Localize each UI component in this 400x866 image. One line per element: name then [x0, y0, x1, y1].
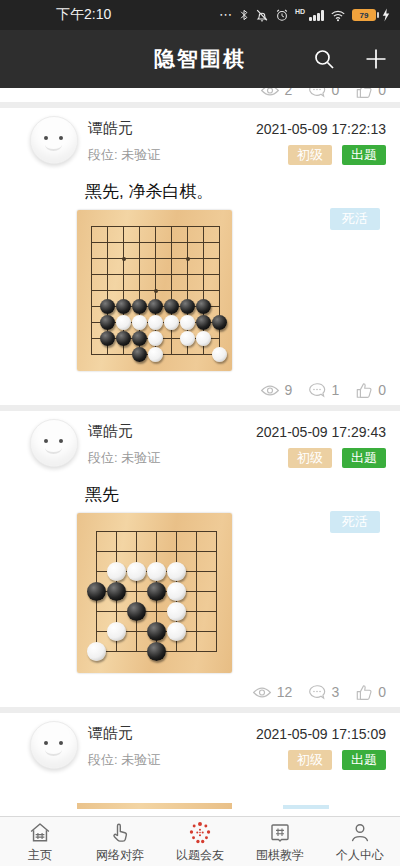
publish-badge: 出题 — [342, 448, 386, 468]
black-stone — [87, 582, 106, 601]
white-stone — [167, 602, 186, 621]
comments-stat[interactable]: 3 — [308, 684, 339, 700]
board-cell — [206, 581, 226, 601]
board-cell — [179, 250, 195, 266]
comments-stat[interactable]: 1 — [308, 382, 339, 398]
board-cell — [106, 601, 126, 621]
board-cell — [126, 561, 146, 581]
battery-icon: 79 — [352, 9, 376, 21]
board-cell — [99, 266, 115, 282]
white-stone — [132, 315, 147, 330]
board-cell — [211, 330, 227, 346]
hd-label: HD — [295, 8, 305, 15]
board-cell — [206, 621, 226, 641]
nav-item-online-play[interactable]: 网络对弈 — [80, 817, 160, 866]
board-cell — [83, 298, 99, 314]
board-cell — [146, 581, 166, 601]
board-cell — [195, 314, 211, 330]
board-cell — [195, 234, 211, 250]
publish-badge: 出题 — [342, 145, 386, 165]
board-cell — [115, 282, 131, 298]
board-cell — [179, 330, 195, 346]
eye-icon — [252, 685, 272, 700]
board-cell — [147, 298, 163, 314]
white-stone — [167, 582, 186, 601]
board-cell — [83, 282, 99, 298]
board-cell — [86, 561, 106, 581]
board-cell — [131, 314, 147, 330]
board-cell — [115, 346, 131, 362]
board-cell — [146, 641, 166, 661]
board-cell — [147, 282, 163, 298]
previous-post-stats-clipped: 2 0 0 — [0, 88, 400, 102]
board-cell — [211, 282, 227, 298]
board-cell — [206, 641, 226, 661]
board-cell — [147, 330, 163, 346]
rank-label: 段位: 未验证 — [88, 449, 160, 467]
avatar[interactable] — [30, 419, 78, 467]
rank-label: 段位: 未验证 — [88, 146, 160, 164]
board-cell — [195, 298, 211, 314]
post-card: 谭皓元 2021-05-09 17:22:13 段位: 未验证 初级 出题 黑先… — [0, 108, 400, 405]
board-cell — [211, 298, 227, 314]
board-cell — [115, 250, 131, 266]
board-cell — [115, 330, 131, 346]
post-timestamp: 2021-05-09 17:15:09 — [256, 726, 386, 742]
add-icon[interactable] — [364, 47, 388, 71]
app-bar: 隐智围棋 — [0, 30, 400, 88]
board-cell — [163, 266, 179, 282]
status-bar: 下午2:10 ⋯ HD 79 — [0, 0, 400, 30]
nav-label: 围棋教学 — [256, 847, 304, 864]
board-cell — [186, 541, 206, 561]
board-cell — [146, 601, 166, 621]
author-name[interactable]: 谭皓元 — [88, 422, 133, 441]
app-logo: 隐智围棋 — [154, 45, 246, 73]
board-cell — [147, 346, 163, 362]
black-stone — [100, 315, 115, 330]
board-cell — [211, 218, 227, 234]
category-tag-top-edge — [283, 805, 329, 809]
board-cell — [83, 330, 99, 346]
board-cell — [186, 601, 206, 621]
white-stone — [167, 622, 186, 641]
board-cell — [179, 346, 195, 362]
bluetooth-icon — [239, 8, 249, 22]
board-cell — [131, 266, 147, 282]
board-cell — [115, 298, 131, 314]
board-cell — [99, 314, 115, 330]
board-cell — [86, 601, 106, 621]
board-cell — [83, 250, 99, 266]
board-cell — [99, 250, 115, 266]
level-badge: 初级 — [288, 448, 332, 468]
board-cell — [99, 218, 115, 234]
post-stats: 9 1 0 — [0, 371, 400, 401]
board-cell — [206, 541, 226, 561]
comment-icon — [308, 684, 326, 700]
board-cell — [147, 234, 163, 250]
nav-label: 主页 — [28, 847, 52, 864]
post-timestamp: 2021-05-09 17:29:43 — [256, 424, 386, 440]
nav-item-profile[interactable]: 个人中心 — [320, 817, 400, 866]
board-cell — [211, 266, 227, 282]
board-cell — [86, 641, 106, 661]
black-stone — [147, 642, 166, 661]
likes-stat[interactable]: 0 — [355, 684, 386, 701]
go-board-1[interactable] — [77, 210, 232, 371]
comments-stat: 0 — [308, 88, 339, 98]
board-cell — [146, 541, 166, 561]
level-badge: 初级 — [288, 145, 332, 165]
board-cell — [131, 250, 147, 266]
likes-stat: 0 — [355, 88, 386, 99]
board-cell — [166, 581, 186, 601]
board-cell — [186, 561, 206, 581]
board-cell — [115, 234, 131, 250]
board-cell — [83, 314, 99, 330]
board-cell — [163, 298, 179, 314]
post-stats: 12 3 0 — [0, 673, 400, 703]
board-cell — [126, 601, 146, 621]
comment-icon — [308, 382, 326, 398]
board-cell — [186, 641, 206, 661]
signal-bars-icon — [309, 10, 324, 21]
board-cell — [211, 314, 227, 330]
board-cell — [206, 601, 226, 621]
white-stone — [148, 315, 163, 330]
board-cell — [163, 282, 179, 298]
board-cell — [106, 521, 126, 541]
board-cell — [126, 521, 146, 541]
board-cell — [115, 218, 131, 234]
author-name[interactable]: 谭皓元 — [88, 724, 133, 743]
publish-badge: 出题 — [342, 750, 386, 770]
board-cell — [126, 581, 146, 601]
board-cell — [211, 250, 227, 266]
views-stat[interactable]: 9 — [260, 382, 293, 398]
board-cell — [166, 621, 186, 641]
white-stone — [212, 347, 227, 362]
board-cell — [163, 346, 179, 362]
black-stone — [127, 602, 146, 621]
board-cell — [195, 346, 211, 362]
nav-item-home[interactable]: 主页 — [0, 817, 80, 866]
board-cell — [131, 346, 147, 362]
thumb-up-icon — [355, 382, 373, 399]
black-stone — [100, 299, 115, 314]
board-cell — [147, 250, 163, 266]
post-card: 谭皓元 2021-05-09 17:29:43 段位: 未验证 初级 出题 黑先… — [0, 411, 400, 707]
board-cell — [206, 521, 226, 541]
white-stone — [87, 642, 106, 661]
board-grid — [86, 521, 226, 661]
board-cell — [126, 641, 146, 661]
charging-bolt-icon — [382, 8, 390, 22]
board-cell — [195, 282, 211, 298]
board-cell — [179, 298, 195, 314]
white-stone — [127, 562, 146, 581]
black-stone — [196, 315, 211, 330]
white-stone — [167, 562, 186, 581]
likes-stat[interactable]: 0 — [355, 382, 386, 399]
board-cell — [131, 234, 147, 250]
white-stone — [116, 315, 131, 330]
board-cell — [86, 581, 106, 601]
mute-bell-icon — [255, 8, 269, 22]
board-cell — [186, 621, 206, 641]
board-cell — [86, 621, 106, 641]
thumb-up-icon — [355, 684, 373, 701]
board-cell — [106, 541, 126, 561]
board-cell — [99, 282, 115, 298]
board-cell — [106, 621, 126, 641]
rank-label: 段位: 未验证 — [88, 751, 160, 769]
board-cell — [166, 641, 186, 661]
more-dots-icon: ⋯ — [219, 10, 233, 20]
board-cell — [186, 521, 206, 541]
nav-item-problems-active[interactable]: 以题会友 — [160, 817, 240, 866]
white-stone — [180, 315, 195, 330]
black-stone — [148, 299, 163, 314]
person-icon — [348, 820, 372, 845]
board-cell — [179, 314, 195, 330]
black-stone — [212, 315, 227, 330]
home-icon — [27, 820, 53, 845]
wifi-icon — [330, 9, 346, 22]
board-cell — [83, 218, 99, 234]
black-stone — [196, 299, 211, 314]
black-stone — [116, 331, 131, 346]
board-cell — [211, 346, 227, 362]
board-cell — [126, 621, 146, 641]
board-cell — [146, 621, 166, 641]
white-stone — [180, 331, 195, 346]
board-cell — [186, 581, 206, 601]
category-tag: 死活 — [330, 511, 380, 533]
board-grid — [83, 218, 227, 362]
board-cell — [166, 601, 186, 621]
views-stat: 2 — [260, 88, 293, 98]
board-cell — [166, 521, 186, 541]
board-cell — [163, 218, 179, 234]
black-stone — [132, 347, 147, 362]
white-stone — [107, 562, 126, 581]
book-icon — [268, 820, 292, 845]
nav-label: 以题会友 — [176, 847, 224, 864]
board-cell — [99, 234, 115, 250]
board-cell — [195, 266, 211, 282]
board-cell — [106, 641, 126, 661]
search-icon[interactable] — [312, 47, 336, 71]
post-text: 黑先 — [85, 483, 315, 507]
board-cell — [163, 330, 179, 346]
hand-pointer-icon — [108, 820, 132, 845]
board-cell — [106, 561, 126, 581]
black-stone — [180, 299, 195, 314]
board-cell — [86, 541, 106, 561]
black-stone — [107, 582, 126, 601]
post-text: 黑先, 净杀白棋。 — [85, 180, 315, 204]
board-cell — [83, 266, 99, 282]
board-cell — [126, 541, 146, 561]
board-cell — [163, 250, 179, 266]
white-stone — [148, 347, 163, 362]
clock-time: 下午2:10 — [56, 6, 111, 24]
eye-icon — [260, 88, 280, 98]
board-cell — [115, 314, 131, 330]
board-cell — [179, 218, 195, 234]
comment-icon — [308, 88, 326, 98]
white-stone — [107, 622, 126, 641]
board-cell — [211, 234, 227, 250]
black-stone — [164, 299, 179, 314]
avatar[interactable] — [30, 116, 78, 164]
board-cell — [166, 541, 186, 561]
white-stone — [196, 331, 211, 346]
red-stones-icon — [187, 820, 213, 845]
views-stat[interactable]: 12 — [252, 684, 293, 700]
eye-icon — [260, 383, 280, 398]
board-cell — [147, 218, 163, 234]
author-name[interactable]: 谭皓元 — [88, 119, 133, 138]
board-cell — [115, 266, 131, 282]
board-cell — [83, 234, 99, 250]
board-cell — [206, 561, 226, 581]
board-cell — [147, 266, 163, 282]
board-cell — [86, 521, 106, 541]
board-cell — [131, 282, 147, 298]
board-cell — [179, 282, 195, 298]
board-cell — [131, 330, 147, 346]
thumb-up-icon — [355, 88, 373, 99]
category-tag: 死活 — [330, 208, 380, 230]
nav-label: 个人中心 — [336, 847, 384, 864]
black-stone — [132, 299, 147, 314]
board-cell — [99, 346, 115, 362]
avatar[interactable] — [30, 721, 78, 769]
white-stone — [147, 562, 166, 581]
nav-label: 网络对弈 — [96, 847, 144, 864]
board-cell — [83, 346, 99, 362]
board-cell — [131, 218, 147, 234]
white-stone — [148, 331, 163, 346]
black-stone — [116, 299, 131, 314]
board-cell — [179, 234, 195, 250]
post-card: 谭皓元 2021-05-09 17:15:09 段位: 未验证 初级 出题 — [0, 713, 400, 813]
bottom-nav: 主页 网络对弈 以题会友 — [0, 816, 400, 866]
black-stone — [147, 622, 166, 641]
black-stone — [147, 582, 166, 601]
board-cell — [147, 314, 163, 330]
go-board-2[interactable] — [77, 513, 232, 673]
level-badge: 初级 — [288, 750, 332, 770]
black-stone — [132, 331, 147, 346]
board-cell — [131, 298, 147, 314]
board-cell — [99, 298, 115, 314]
board-cell — [163, 314, 179, 330]
nav-item-teaching[interactable]: 围棋教学 — [240, 817, 320, 866]
board-cell — [163, 234, 179, 250]
alarm-clock-icon — [275, 8, 289, 22]
board-cell — [195, 330, 211, 346]
board-cell — [99, 330, 115, 346]
app-screen: 下午2:10 ⋯ HD 79 — [0, 0, 400, 866]
white-stone — [164, 315, 179, 330]
go-board-3-top-edge — [77, 803, 232, 809]
board-cell — [146, 561, 166, 581]
board-cell — [166, 561, 186, 581]
post-timestamp: 2021-05-09 17:22:13 — [256, 121, 386, 137]
board-cell — [179, 266, 195, 282]
truncated-board-row — [0, 803, 400, 809]
black-stone — [100, 331, 115, 346]
board-cell — [106, 581, 126, 601]
board-cell — [195, 218, 211, 234]
board-cell — [146, 521, 166, 541]
board-cell — [195, 250, 211, 266]
